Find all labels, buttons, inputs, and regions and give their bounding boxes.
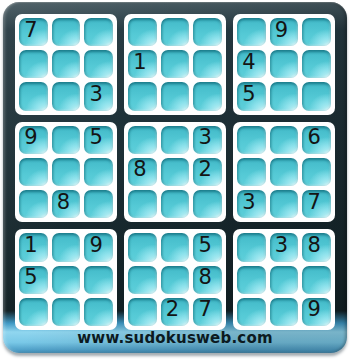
cell-r6c3[interactable] xyxy=(84,190,113,218)
cell-r6c4[interactable] xyxy=(128,190,157,218)
cell-r8c8[interactable] xyxy=(270,266,299,294)
cell-r7c9[interactable]: 8 xyxy=(302,233,331,261)
cell-r2c3[interactable] xyxy=(84,50,113,78)
cell-r3c3[interactable]: 3 xyxy=(84,82,113,110)
cell-r3c1[interactable] xyxy=(19,82,48,110)
cell-r1c8[interactable]: 9 xyxy=(270,18,299,46)
cell-r7c5[interactable] xyxy=(161,233,190,261)
cell-r9c4[interactable] xyxy=(128,298,157,326)
cell-r2c4[interactable]: 1 xyxy=(128,50,157,78)
box-1-1: 73 xyxy=(15,14,117,115)
cell-r9c1[interactable] xyxy=(19,298,48,326)
box-3-2: 5827 xyxy=(124,229,226,330)
cell-r8c4[interactable] xyxy=(128,266,157,294)
cell-r5c1[interactable] xyxy=(19,158,48,186)
cell-r3c2[interactable] xyxy=(52,82,81,110)
box-3-3: 389 xyxy=(233,229,335,330)
cell-r6c5[interactable] xyxy=(161,190,190,218)
cell-r8c5[interactable] xyxy=(161,266,190,294)
cell-r7c4[interactable] xyxy=(128,233,157,261)
cell-r6c2[interactable]: 8 xyxy=(52,190,81,218)
cell-r9c5[interactable]: 2 xyxy=(161,298,190,326)
cell-r1c1[interactable]: 7 xyxy=(19,18,48,46)
cell-r6c9[interactable]: 7 xyxy=(302,190,331,218)
cell-r8c6[interactable]: 8 xyxy=(193,266,222,294)
cell-r3c7[interactable]: 5 xyxy=(237,82,266,110)
box-1-3: 945 xyxy=(233,14,335,115)
box-2-2: 382 xyxy=(124,122,226,223)
cell-r9c2[interactable] xyxy=(52,298,81,326)
cell-r6c8[interactable] xyxy=(270,190,299,218)
website-url: www.sudokusweb.com xyxy=(3,329,347,347)
sudoku-page: 7319459583826371955827389 www.sudokusweb… xyxy=(0,0,350,360)
cell-r8c9[interactable] xyxy=(302,266,331,294)
cell-r1c2[interactable] xyxy=(52,18,81,46)
cell-r5c6[interactable]: 2 xyxy=(193,158,222,186)
cell-r7c2[interactable] xyxy=(52,233,81,261)
cell-r3c5[interactable] xyxy=(161,82,190,110)
cell-r8c7[interactable] xyxy=(237,266,266,294)
box-2-1: 958 xyxy=(15,122,117,223)
cell-r7c3[interactable]: 9 xyxy=(84,233,113,261)
cell-r3c9[interactable] xyxy=(302,82,331,110)
cell-r1c7[interactable] xyxy=(237,18,266,46)
cell-r4c2[interactable] xyxy=(52,126,81,154)
cell-r6c1[interactable] xyxy=(19,190,48,218)
cell-r2c8[interactable] xyxy=(270,50,299,78)
cell-r5c5[interactable] xyxy=(161,158,190,186)
cell-r4c9[interactable]: 6 xyxy=(302,126,331,154)
cell-r5c2[interactable] xyxy=(52,158,81,186)
cell-r2c5[interactable] xyxy=(161,50,190,78)
cell-r5c3[interactable] xyxy=(84,158,113,186)
cell-r7c7[interactable] xyxy=(237,233,266,261)
cell-r4c7[interactable] xyxy=(237,126,266,154)
cell-r3c8[interactable] xyxy=(270,82,299,110)
cell-r9c7[interactable] xyxy=(237,298,266,326)
cell-r1c6[interactable] xyxy=(193,18,222,46)
box-2-3: 637 xyxy=(233,122,335,223)
cell-r4c8[interactable] xyxy=(270,126,299,154)
cell-r9c8[interactable] xyxy=(270,298,299,326)
cell-r5c4[interactable]: 8 xyxy=(128,158,157,186)
box-3-1: 195 xyxy=(15,229,117,330)
cell-r2c9[interactable] xyxy=(302,50,331,78)
cell-r1c5[interactable] xyxy=(161,18,190,46)
cell-r2c2[interactable] xyxy=(52,50,81,78)
cell-r6c6[interactable] xyxy=(193,190,222,218)
cell-r9c6[interactable]: 7 xyxy=(193,298,222,326)
cell-r5c8[interactable] xyxy=(270,158,299,186)
board-frame: 7319459583826371955827389 www.sudokusweb… xyxy=(3,2,347,353)
cell-r4c6[interactable]: 3 xyxy=(193,126,222,154)
cell-r3c6[interactable] xyxy=(193,82,222,110)
cell-r8c3[interactable] xyxy=(84,266,113,294)
cell-r5c7[interactable] xyxy=(237,158,266,186)
cell-r7c6[interactable]: 5 xyxy=(193,233,222,261)
cell-r1c4[interactable] xyxy=(128,18,157,46)
sudoku-board: 7319459583826371955827389 xyxy=(15,14,335,330)
cell-r2c1[interactable] xyxy=(19,50,48,78)
cell-r7c8[interactable]: 3 xyxy=(270,233,299,261)
cell-r4c5[interactable] xyxy=(161,126,190,154)
cell-r2c7[interactable]: 4 xyxy=(237,50,266,78)
cell-r8c1[interactable]: 5 xyxy=(19,266,48,294)
cell-r3c4[interactable] xyxy=(128,82,157,110)
cell-r4c1[interactable]: 9 xyxy=(19,126,48,154)
cell-r4c3[interactable]: 5 xyxy=(84,126,113,154)
cell-r6c7[interactable]: 3 xyxy=(237,190,266,218)
cell-r2c6[interactable] xyxy=(193,50,222,78)
cell-r5c9[interactable] xyxy=(302,158,331,186)
cell-r9c3[interactable] xyxy=(84,298,113,326)
cell-r1c3[interactable] xyxy=(84,18,113,46)
cell-r4c4[interactable] xyxy=(128,126,157,154)
box-1-2: 1 xyxy=(124,14,226,115)
cell-r1c9[interactable] xyxy=(302,18,331,46)
cell-r8c2[interactable] xyxy=(52,266,81,294)
cell-r9c9[interactable]: 9 xyxy=(302,298,331,326)
cell-r7c1[interactable]: 1 xyxy=(19,233,48,261)
